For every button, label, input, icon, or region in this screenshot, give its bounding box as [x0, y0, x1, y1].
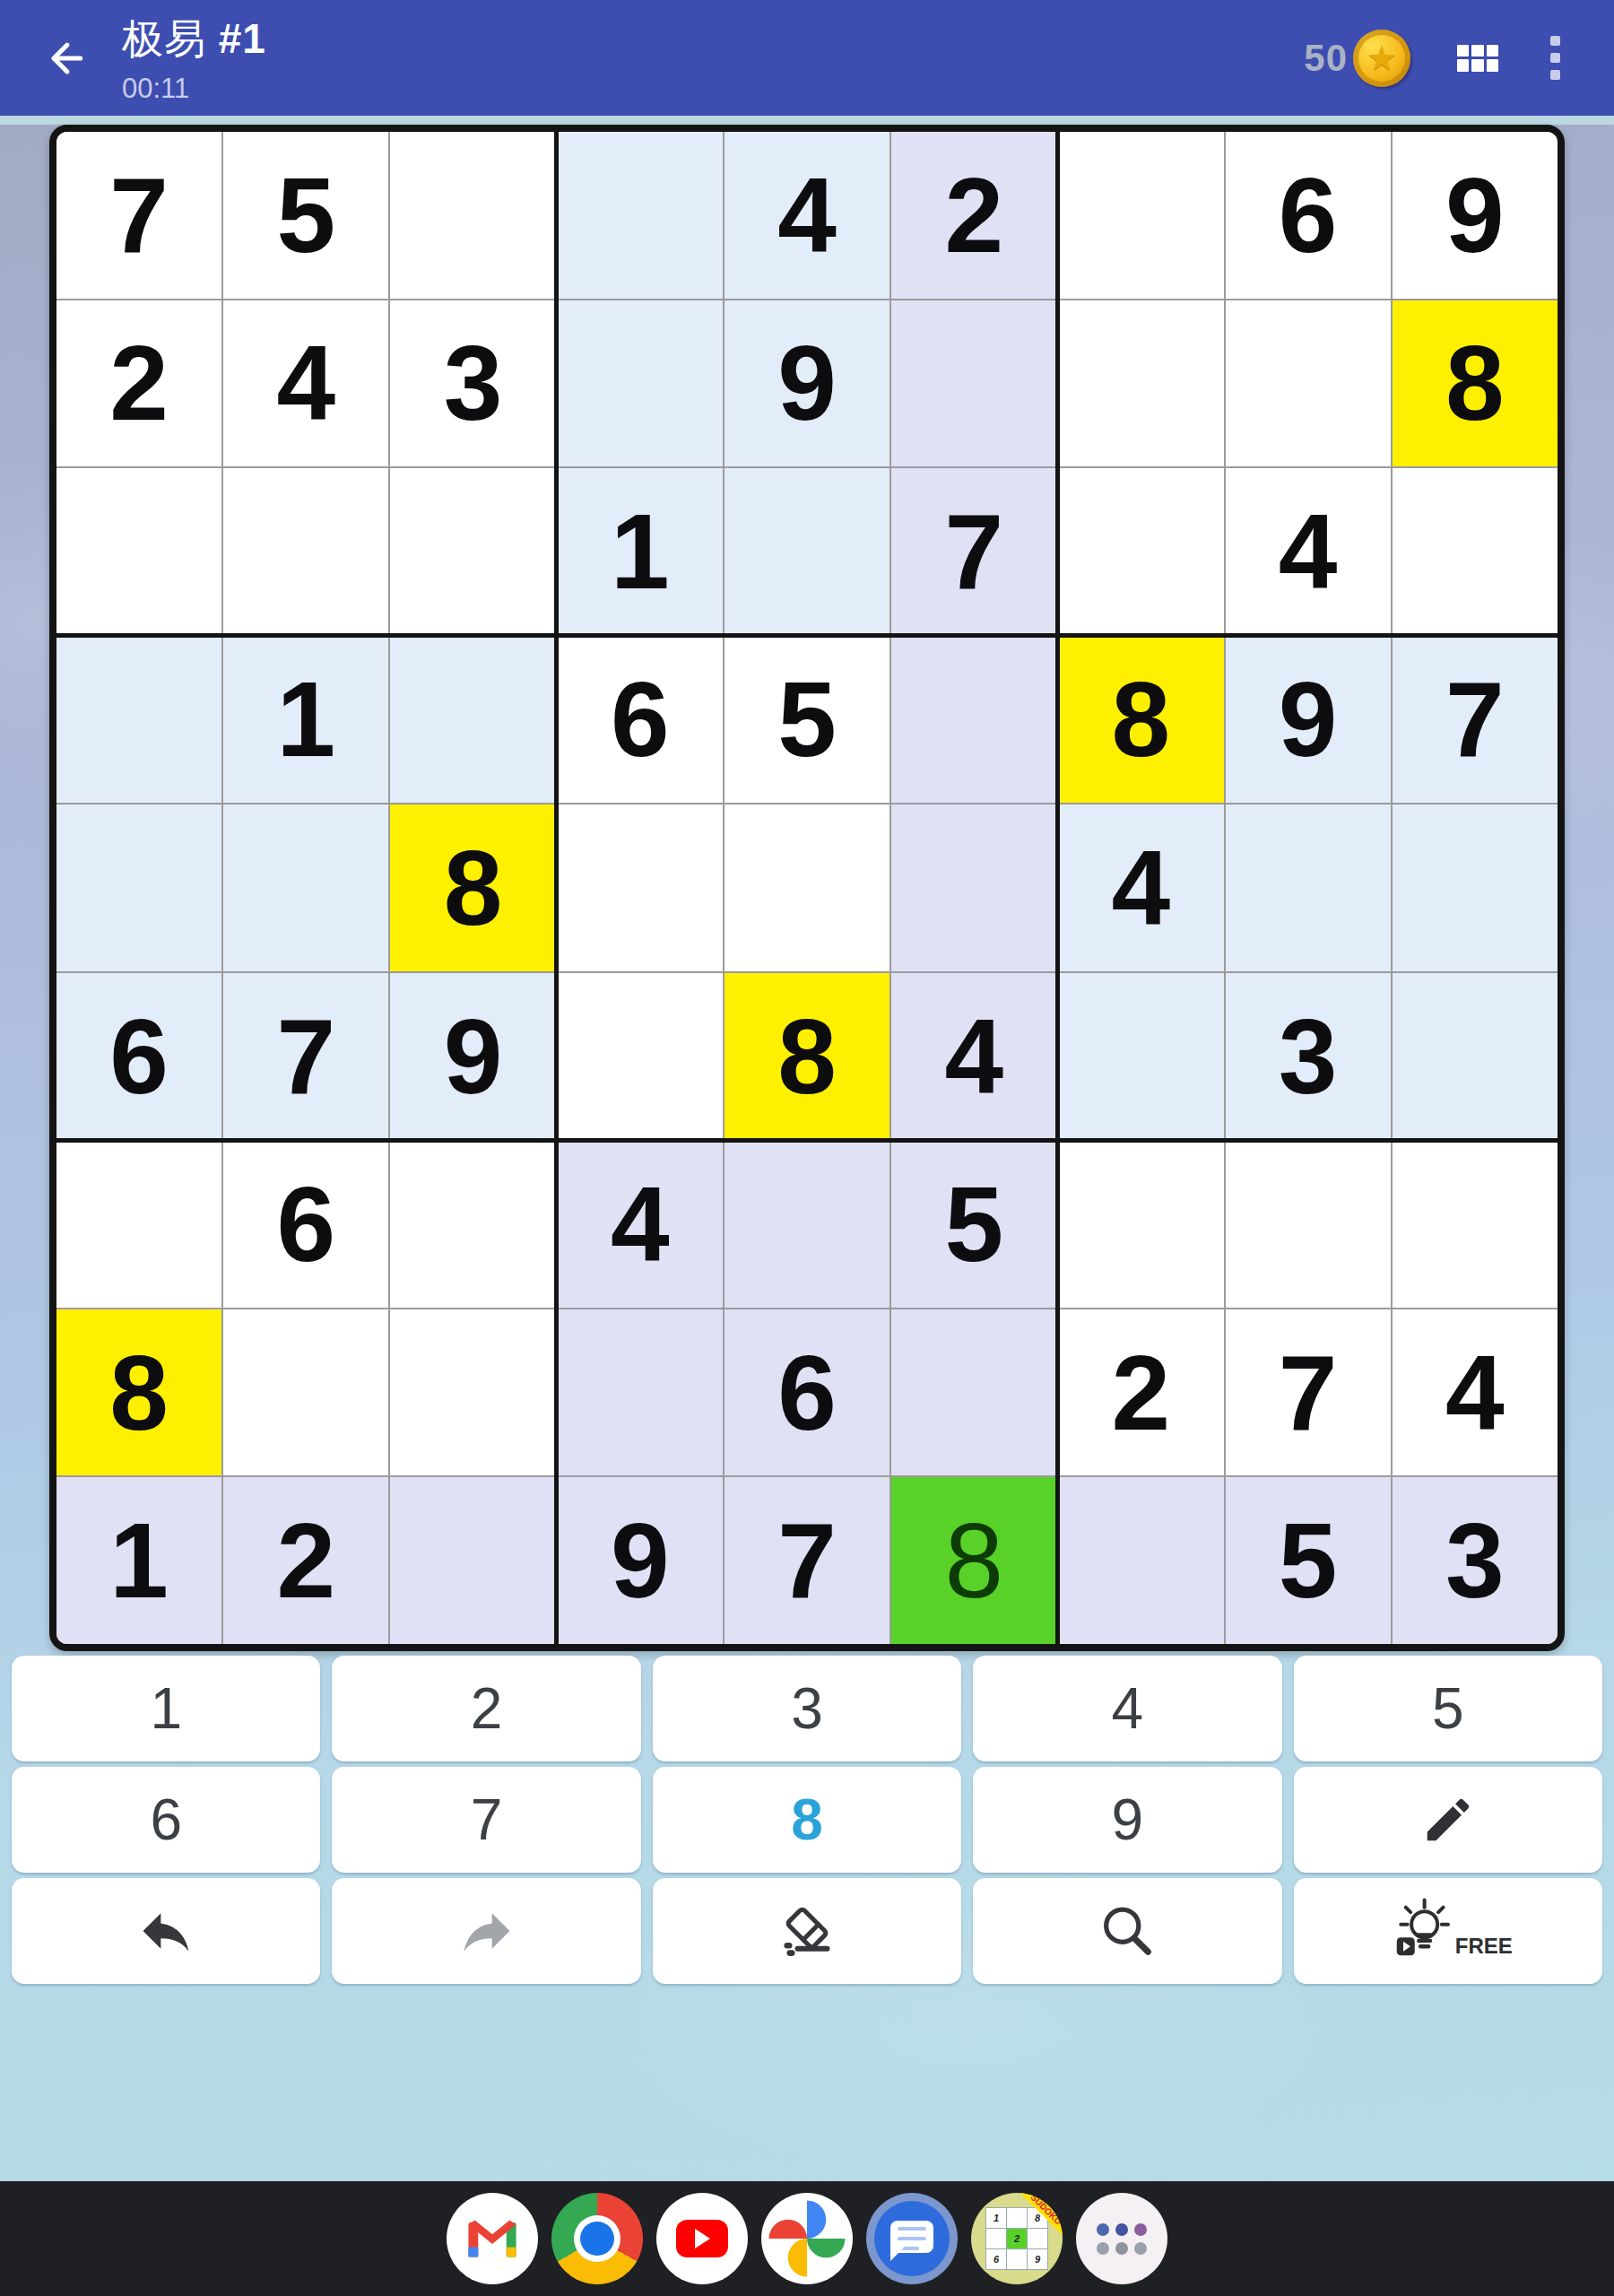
cell-r2c5[interactable]: 9	[725, 300, 889, 467]
cell-r3c1[interactable]	[56, 468, 221, 635]
messages-icon[interactable]	[866, 2193, 958, 2284]
chrome-icon[interactable]	[551, 2193, 643, 2284]
redo-button[interactable]	[332, 1878, 640, 1984]
cell-r1c6[interactable]: 2	[891, 132, 1056, 299]
app-drawer-icon[interactable]	[1076, 2193, 1167, 2284]
eraser-button[interactable]	[653, 1878, 961, 1984]
cell-r3c5[interactable]	[725, 468, 889, 635]
cell-r9c4[interactable]: 9	[558, 1477, 723, 1644]
coin-count: 50	[1304, 37, 1348, 80]
pencil-button[interactable]	[1294, 1767, 1602, 1873]
cell-r7c7[interactable]	[1058, 1141, 1223, 1308]
cell-r8c2[interactable]	[223, 1309, 388, 1476]
number-pad: 1 2 3 4 5 6 7 8 9	[0, 1656, 1614, 1984]
magnifier-button[interactable]	[973, 1878, 1281, 1984]
sudoku-board: 7542692439817416589784679843645862741297…	[49, 125, 1565, 1651]
cell-r7c5[interactable]	[725, 1141, 889, 1308]
cell-r2c6[interactable]	[891, 300, 1056, 467]
cell-r9c3[interactable]	[390, 1477, 555, 1644]
cell-r8c3[interactable]	[390, 1309, 555, 1476]
cell-r8c5[interactable]: 6	[725, 1309, 889, 1476]
undo-button[interactable]	[12, 1878, 320, 1984]
cell-r7c4[interactable]: 4	[558, 1141, 723, 1308]
cell-r7c2[interactable]: 6	[223, 1141, 388, 1308]
app-bar: 极易 #1 00:11 50 ★	[0, 0, 1614, 116]
cell-r6c3[interactable]: 9	[390, 973, 555, 1140]
cell-r5c2[interactable]	[223, 804, 388, 971]
key-2[interactable]: 2	[332, 1656, 640, 1761]
cell-r7c9[interactable]	[1393, 1141, 1558, 1308]
cell-r7c8[interactable]	[1226, 1141, 1391, 1308]
page-title: 极易 #1	[122, 12, 266, 67]
cell-r5c6[interactable]	[891, 804, 1056, 971]
cell-r6c5[interactable]: 8	[725, 973, 889, 1140]
magnifier-icon	[1096, 1900, 1158, 1962]
cell-r8c7[interactable]: 2	[1058, 1309, 1223, 1476]
hint-free-label: FREE	[1455, 1934, 1513, 1959]
cell-r6c7[interactable]	[1058, 973, 1223, 1140]
cell-r3c8[interactable]: 4	[1226, 468, 1391, 635]
key-1[interactable]: 1	[12, 1656, 320, 1761]
cell-r8c8[interactable]: 7	[1226, 1309, 1391, 1476]
key-4[interactable]: 4	[973, 1656, 1281, 1761]
coin-icon[interactable]: ★	[1353, 30, 1410, 87]
key-5[interactable]: 5	[1294, 1656, 1602, 1761]
cell-r2c3[interactable]: 3	[390, 300, 555, 467]
cell-r8c9[interactable]: 4	[1393, 1309, 1558, 1476]
redo-icon	[456, 1900, 517, 1961]
cell-r4c7[interactable]: 8	[1058, 637, 1223, 804]
game-timer: 00:11	[122, 73, 266, 105]
cell-r1c9[interactable]: 9	[1393, 132, 1558, 299]
cell-r9c8[interactable]: 5	[1226, 1477, 1391, 1644]
cell-r1c7[interactable]	[1058, 132, 1223, 299]
cell-r8c4[interactable]	[558, 1309, 723, 1476]
cell-r9c1[interactable]: 1	[56, 1477, 221, 1644]
cell-r2c4[interactable]	[558, 300, 723, 467]
cell-r5c8[interactable]	[1226, 804, 1391, 971]
cell-r1c2[interactable]: 5	[223, 132, 388, 299]
cell-r8c1[interactable]: 8	[56, 1309, 221, 1476]
undo-icon	[135, 1900, 196, 1961]
cell-r4c6[interactable]	[891, 637, 1056, 804]
cell-r3c3[interactable]	[390, 468, 555, 635]
cell-r1c4[interactable]	[558, 132, 723, 299]
cell-r8c6[interactable]	[891, 1309, 1056, 1476]
cell-r6c1[interactable]: 6	[56, 973, 221, 1140]
cell-r6c8[interactable]: 3	[1226, 973, 1391, 1140]
key-8[interactable]: 8	[653, 1767, 961, 1873]
key-3[interactable]: 3	[653, 1656, 961, 1761]
cell-r1c1[interactable]: 7	[56, 132, 221, 299]
cell-r7c3[interactable]	[390, 1141, 555, 1308]
cell-r2c1[interactable]: 2	[56, 300, 221, 467]
cell-r6c4[interactable]	[558, 973, 723, 1140]
cell-r4c5[interactable]: 5	[725, 637, 889, 804]
cell-r1c3[interactable]	[390, 132, 555, 299]
cell-r4c4[interactable]: 6	[558, 637, 723, 804]
cell-r6c2[interactable]: 7	[223, 973, 388, 1140]
cell-r5c5[interactable]	[725, 804, 889, 971]
navigation-dock: 18269 SUDOKU	[0, 2181, 1614, 2296]
cell-r1c5[interactable]: 4	[725, 132, 889, 299]
cell-r9c7[interactable]	[1058, 1477, 1223, 1644]
cell-r1c8[interactable]: 6	[1226, 132, 1391, 299]
overflow-menu-icon[interactable]	[1550, 36, 1560, 80]
cell-r5c4[interactable]	[558, 804, 723, 971]
cell-r3c7[interactable]	[1058, 468, 1223, 635]
cell-r9c2[interactable]: 2	[223, 1477, 388, 1644]
sudoku-app-icon[interactable]: 18269 SUDOKU	[971, 2193, 1063, 2284]
cell-r3c4[interactable]: 1	[558, 468, 723, 635]
cell-r4c3[interactable]	[390, 637, 555, 804]
cell-r2c2[interactable]: 4	[223, 300, 388, 467]
cell-r4c1[interactable]	[56, 637, 221, 804]
cell-r4c8[interactable]: 9	[1226, 637, 1391, 804]
cell-r2c9[interactable]: 8	[1393, 300, 1558, 467]
key-7[interactable]: 7	[332, 1767, 640, 1873]
cell-r7c1[interactable]	[56, 1141, 221, 1308]
board-cells: 7542692439817416589784679843645862741297…	[56, 132, 1558, 1644]
key-9[interactable]: 9	[973, 1767, 1281, 1873]
cell-r6c9[interactable]	[1393, 973, 1558, 1140]
cell-r2c8[interactable]	[1226, 300, 1391, 467]
cell-r5c7[interactable]: 4	[1058, 804, 1223, 971]
cell-r9c9[interactable]: 3	[1393, 1477, 1558, 1644]
cell-r4c9[interactable]: 7	[1393, 637, 1558, 804]
hint-bulb-icon	[1384, 1895, 1459, 1967]
cell-r2c7[interactable]	[1058, 300, 1223, 467]
pencil-icon	[1420, 1792, 1476, 1848]
cell-r4c2[interactable]: 1	[223, 637, 388, 804]
key-6[interactable]: 6	[12, 1767, 320, 1873]
cell-r3c6[interactable]: 7	[891, 468, 1056, 635]
play-ad-badge	[1397, 1937, 1415, 1955]
cell-r9c6[interactable]: 8	[891, 1477, 1056, 1644]
bar-divider	[0, 116, 1614, 125]
cell-r5c3[interactable]: 8	[390, 804, 555, 971]
back-button[interactable]	[34, 27, 97, 90]
gmail-icon[interactable]	[447, 2193, 538, 2284]
cell-r3c9[interactable]	[1393, 468, 1558, 635]
eraser-icon	[775, 1899, 839, 1963]
cell-r7c6[interactable]: 5	[891, 1141, 1056, 1308]
hint-button[interactable]: FREE	[1294, 1878, 1602, 1984]
cell-r5c9[interactable]	[1393, 804, 1558, 971]
cell-r6c6[interactable]: 4	[891, 973, 1056, 1140]
cell-r5c1[interactable]	[56, 804, 221, 971]
photos-icon[interactable]	[761, 2193, 853, 2284]
youtube-icon[interactable]	[656, 2193, 748, 2284]
grid-select-icon[interactable]	[1457, 45, 1498, 72]
cell-r9c5[interactable]: 7	[725, 1477, 889, 1644]
cell-r3c2[interactable]	[223, 468, 388, 635]
back-arrow-icon	[42, 35, 89, 82]
